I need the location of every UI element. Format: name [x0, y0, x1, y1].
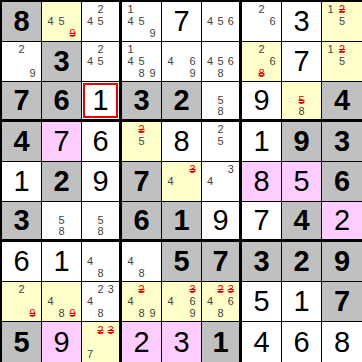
- empty-mark: [348, 4, 359, 16]
- candidate-5: 5: [136, 16, 147, 28]
- cell-r9c7[interactable]: 4: [242, 322, 282, 362]
- solved-digit: 7: [293, 47, 309, 76]
- empty-mark: [176, 296, 187, 308]
- cell-r9c2[interactable]: 9: [42, 322, 82, 362]
- empty-mark: [125, 124, 136, 136]
- solved-digit: 8: [173, 127, 189, 156]
- pencilmarks: 4568: [202, 42, 239, 81]
- cell-r3c4[interactable]: 3: [122, 82, 162, 122]
- empty-mark: [147, 267, 158, 279]
- solved-digit: 2: [334, 206, 350, 235]
- cell-r4c5[interactable]: 8: [162, 122, 202, 162]
- candidate-6: 6: [226, 16, 236, 28]
- empty-mark: [5, 44, 16, 56]
- cell-r1c3[interactable]: 245: [82, 2, 122, 42]
- cell-r1c7[interactable]: 26: [242, 2, 282, 42]
- given-digit: 7: [133, 167, 149, 196]
- candidate-6: 6: [226, 296, 236, 308]
- candidate-8: 8: [56, 226, 67, 237]
- given-digit: 5: [13, 328, 29, 357]
- cell-r3c2[interactable]: 6: [42, 82, 82, 122]
- candidate-8-eliminated: 8: [256, 67, 267, 79]
- solved-digit: 9: [253, 86, 269, 115]
- empty-mark: [45, 284, 56, 296]
- given-digit: 6: [133, 206, 149, 235]
- pencilmarks: 456: [202, 2, 239, 41]
- pencilmarks: 29: [2, 42, 41, 81]
- candidate-2: 2: [16, 44, 27, 56]
- empty-mark: [226, 147, 236, 159]
- cell-r5c5[interactable]: 34: [162, 162, 202, 202]
- empty-mark: [5, 307, 16, 319]
- empty-mark: [85, 44, 95, 56]
- empty-mark: [106, 56, 116, 68]
- cell-r1c8[interactable]: 3: [282, 2, 322, 42]
- candidate-1: 1: [325, 4, 336, 16]
- empty-mark: [226, 307, 236, 319]
- empty-mark: [325, 67, 336, 79]
- cell-r2c6[interactable]: 4568: [202, 42, 242, 82]
- empty-mark: [226, 124, 236, 136]
- pencilmarks: 3469: [162, 282, 201, 321]
- solved-digit: 7: [253, 206, 269, 235]
- cell-r4c6[interactable]: 25: [202, 122, 242, 162]
- pencilmarks: 26: [242, 2, 281, 41]
- solved-digit: 8: [253, 167, 269, 196]
- candidate-2: 2: [256, 4, 267, 16]
- empty-mark: [67, 204, 78, 215]
- empty-mark: [187, 187, 198, 199]
- cell-r7c4[interactable]: 48: [122, 242, 162, 282]
- cell-r1c2[interactable]: 459: [42, 2, 82, 42]
- cell-r8c7[interactable]: 5: [242, 282, 282, 322]
- empty-mark: [165, 187, 176, 199]
- candidate-2-eliminated: 2: [215, 284, 225, 296]
- cell-r5c2[interactable]: 2: [42, 162, 82, 202]
- cell-r2c5[interactable]: 469: [162, 42, 202, 82]
- pencilmarks: 2489: [122, 282, 161, 321]
- cell-r5c4[interactable]: 7: [122, 162, 162, 202]
- empty-mark: [165, 44, 176, 56]
- cell-r6c1[interactable]: 3: [2, 202, 42, 242]
- empty-mark: [85, 307, 95, 319]
- candidate-5: 5: [136, 136, 147, 148]
- cell-r9c8[interactable]: 6: [282, 322, 322, 362]
- pencilmarks: 58: [202, 82, 239, 119]
- pencilmarks: 23468: [202, 282, 239, 321]
- empty-mark: [285, 106, 296, 117]
- cell-r9c3[interactable]: 237: [82, 322, 122, 362]
- cell-r7c5[interactable]: 5: [162, 242, 202, 282]
- pencilmarks: 48: [122, 242, 161, 281]
- empty-mark: [176, 56, 187, 68]
- empty-mark: [165, 284, 176, 296]
- cell-r6c9[interactable]: 2: [322, 202, 362, 242]
- empty-mark: [5, 56, 16, 68]
- empty-mark: [205, 106, 215, 117]
- solved-digit: 6: [293, 328, 309, 357]
- candidate-3-eliminated: 3: [187, 284, 198, 296]
- cell-r5c9[interactable]: 6: [322, 162, 362, 202]
- cell-r6c8[interactable]: 4: [282, 202, 322, 242]
- candidate-4: 4: [125, 256, 136, 268]
- empty-mark: [67, 215, 78, 226]
- candidate-6: 6: [267, 56, 278, 68]
- cell-r1c5[interactable]: 7: [162, 2, 202, 42]
- cell-r1c6[interactable]: 456: [202, 2, 242, 42]
- cell-r3c5[interactable]: 2: [162, 82, 202, 122]
- candidate-2: 2: [95, 4, 105, 16]
- candidate-5: 5: [215, 136, 225, 148]
- empty-mark: [325, 56, 336, 68]
- pencilmarks: 25: [122, 122, 161, 161]
- cell-r2c8[interactable]: 7: [282, 42, 322, 82]
- empty-mark: [106, 67, 116, 79]
- solved-digit: 7: [173, 7, 189, 36]
- solved-digit: 2: [133, 328, 149, 357]
- empty-mark: [106, 44, 116, 56]
- given-digit: 4: [13, 127, 29, 156]
- candidate-5: 5: [336, 56, 347, 68]
- empty-mark: [147, 296, 158, 308]
- cell-r8c2[interactable]: 489: [42, 282, 82, 322]
- candidate-2-eliminated: 2: [95, 324, 105, 336]
- candidate-4: 4: [45, 16, 56, 28]
- empty-mark: [256, 56, 267, 68]
- cell-r8c9[interactable]: 7: [322, 282, 362, 322]
- empty-mark: [45, 215, 56, 226]
- candidate-2: 2: [16, 284, 27, 296]
- candidate-2: 2: [215, 124, 225, 136]
- given-digit: 9: [334, 247, 350, 276]
- empty-mark: [267, 67, 278, 79]
- cell-r9c5[interactable]: 3: [162, 322, 202, 362]
- candidate-3-eliminated: 3: [187, 164, 198, 176]
- empty-mark: [267, 27, 278, 39]
- cell-r3c8[interactable]: 58: [282, 82, 322, 122]
- empty-mark: [125, 307, 136, 319]
- solved-digit: 6: [13, 247, 29, 276]
- cell-r3c3[interactable]: 1: [82, 82, 122, 122]
- empty-mark: [56, 296, 67, 308]
- candidate-1: 1: [325, 44, 336, 56]
- given-digit: 2: [293, 247, 309, 276]
- given-digit: 3: [133, 86, 149, 115]
- empty-mark: [85, 324, 95, 336]
- solved-digit: 9: [92, 167, 108, 196]
- pencilmarks: 268: [242, 42, 281, 81]
- solved-digit: 4: [253, 328, 269, 357]
- cell-r4c2[interactable]: 7: [42, 122, 82, 162]
- empty-mark: [27, 284, 38, 296]
- empty-mark: [56, 284, 67, 296]
- empty-mark: [245, 27, 256, 39]
- empty-mark: [176, 164, 187, 176]
- cell-r7c1[interactable]: 6: [2, 242, 42, 282]
- candidate-2-eliminated: 2: [336, 4, 347, 16]
- candidate-9-eliminated: 9: [27, 307, 38, 319]
- empty-mark: [106, 348, 116, 360]
- cell-r8c1[interactable]: 29: [2, 282, 42, 322]
- empty-mark: [336, 67, 347, 79]
- cell-r5c8[interactable]: 5: [282, 162, 322, 202]
- solved-digit: 5: [253, 287, 269, 316]
- empty-mark: [106, 204, 116, 215]
- empty-mark: [226, 4, 236, 16]
- empty-mark: [307, 106, 318, 117]
- candidate-8: 8: [136, 267, 147, 279]
- pencilmarks: 1459: [122, 2, 161, 41]
- cell-r2c2[interactable]: 3: [42, 42, 82, 82]
- cell-r3c1[interactable]: 7: [2, 82, 42, 122]
- pencilmarks: 237: [82, 322, 119, 362]
- empty-mark: [125, 67, 136, 79]
- pencilmarks: 469: [162, 42, 201, 81]
- cell-r8c8[interactable]: 1: [282, 282, 322, 322]
- empty-mark: [215, 4, 225, 16]
- cell-r7c2[interactable]: 1: [42, 242, 82, 282]
- empty-mark: [147, 284, 158, 296]
- empty-mark: [136, 296, 147, 308]
- pencilmarks: 34: [202, 162, 239, 201]
- empty-mark: [106, 244, 116, 256]
- empty-mark: [95, 256, 105, 268]
- empty-mark: [16, 56, 27, 68]
- empty-mark: [215, 296, 225, 308]
- candidate-6: 6: [187, 296, 198, 308]
- cell-r3c9[interactable]: 4: [322, 82, 362, 122]
- cell-r3c6[interactable]: 58: [202, 82, 242, 122]
- cell-r7c8[interactable]: 2: [282, 242, 322, 282]
- cell-r6c4[interactable]: 6: [122, 202, 162, 242]
- empty-mark: [205, 4, 215, 16]
- empty-mark: [85, 226, 95, 237]
- empty-mark: [45, 307, 56, 319]
- empty-mark: [106, 4, 116, 16]
- empty-mark: [147, 16, 158, 28]
- empty-mark: [67, 4, 78, 16]
- candidate-8: 8: [296, 106, 307, 117]
- cell-r9c9[interactable]: 8: [322, 322, 362, 362]
- cell-r2c9[interactable]: 125: [322, 42, 362, 82]
- candidate-5: 5: [95, 16, 105, 28]
- cell-r4c1[interactable]: 4: [2, 122, 42, 162]
- pencilmarks: 125: [322, 2, 362, 41]
- empty-mark: [106, 267, 116, 279]
- empty-mark: [95, 336, 105, 348]
- empty-mark: [245, 67, 256, 79]
- cell-r6c6[interactable]: 9: [202, 202, 242, 242]
- cell-r6c7[interactable]: 7: [242, 202, 282, 242]
- cell-r8c6[interactable]: 23468: [202, 282, 242, 322]
- empty-mark: [147, 244, 158, 256]
- candidate-4: 4: [205, 16, 215, 28]
- cell-r6c2[interactable]: 58: [42, 202, 82, 242]
- candidate-3: 3: [226, 164, 236, 176]
- candidate-1: 1: [125, 44, 136, 56]
- cell-r4c8[interactable]: 9: [282, 122, 322, 162]
- pencilmarks: 125: [322, 42, 362, 81]
- empty-mark: [147, 56, 158, 68]
- given-digit: 1: [212, 328, 228, 357]
- cell-r2c7[interactable]: 268: [242, 42, 282, 82]
- pencilmarks: 245: [82, 42, 119, 81]
- candidate-8: 8: [215, 67, 225, 79]
- empty-mark: [226, 27, 236, 39]
- cell-r3c7[interactable]: 9: [242, 82, 282, 122]
- candidate-8: 8: [95, 226, 105, 237]
- empty-mark: [348, 67, 359, 79]
- empty-mark: [205, 136, 215, 148]
- empty-mark: [187, 44, 198, 56]
- candidate-8: 8: [95, 267, 105, 279]
- candidate-7: 7: [85, 348, 95, 360]
- cell-r1c9[interactable]: 125: [322, 2, 362, 42]
- empty-mark: [205, 147, 215, 159]
- sudoku-board: 8459245145974562631252932451458946945682…: [0, 0, 362, 362]
- candidate-4: 4: [165, 296, 176, 308]
- given-digit: 3: [334, 127, 350, 156]
- empty-mark: [215, 27, 225, 39]
- candidate-8: 8: [56, 307, 67, 319]
- empty-mark: [176, 187, 187, 199]
- cell-r7c7[interactable]: 3: [242, 242, 282, 282]
- empty-mark: [226, 187, 236, 199]
- given-digit: 3: [53, 47, 69, 76]
- empty-mark: [106, 336, 116, 348]
- candidate-9: 9: [147, 27, 158, 39]
- given-digit: 8: [13, 7, 29, 36]
- empty-mark: [205, 67, 215, 79]
- cell-r6c5[interactable]: 1: [162, 202, 202, 242]
- candidate-6: 6: [267, 16, 278, 28]
- cell-r6c3[interactable]: 58: [82, 202, 122, 242]
- cell-r4c4[interactable]: 25: [122, 122, 162, 162]
- cell-r7c6[interactable]: 7: [202, 242, 242, 282]
- solved-digit: 1: [293, 287, 309, 316]
- candidate-2-eliminated: 2: [136, 124, 147, 136]
- pencilmarks: 48: [82, 242, 119, 281]
- solved-digit: 6: [92, 127, 108, 156]
- empty-mark: [136, 147, 147, 159]
- empty-mark: [95, 244, 105, 256]
- empty-mark: [165, 307, 176, 319]
- pencilmarks: 14589: [122, 42, 161, 81]
- empty-mark: [205, 284, 215, 296]
- candidate-3-eliminated: 3: [226, 284, 236, 296]
- empty-mark: [165, 67, 176, 79]
- empty-mark: [5, 284, 16, 296]
- empty-mark: [16, 67, 27, 79]
- candidate-4: 4: [125, 16, 136, 28]
- candidate-8: 8: [95, 307, 105, 319]
- cell-r4c3[interactable]: 6: [82, 122, 122, 162]
- cell-r2c1[interactable]: 29: [2, 42, 42, 82]
- empty-mark: [285, 84, 296, 95]
- cell-r4c7[interactable]: 1: [242, 122, 282, 162]
- candidate-8: 8: [215, 106, 225, 117]
- empty-mark: [176, 44, 187, 56]
- candidate-5: 5: [56, 16, 67, 28]
- cell-r2c4[interactable]: 14589: [122, 42, 162, 82]
- empty-mark: [226, 136, 236, 148]
- empty-mark: [226, 176, 236, 188]
- solved-digit: 7: [53, 127, 69, 156]
- empty-mark: [125, 284, 136, 296]
- cell-r8c3[interactable]: 2348: [82, 282, 122, 322]
- cell-r9c4[interactable]: 2: [122, 322, 162, 362]
- empty-mark: [215, 147, 225, 159]
- cell-r5c1[interactable]: 1: [2, 162, 42, 202]
- empty-mark: [336, 27, 347, 39]
- candidate-9: 9: [147, 67, 158, 79]
- cell-r2c3[interactable]: 245: [82, 42, 122, 82]
- empty-mark: [125, 267, 136, 279]
- empty-mark: [85, 4, 95, 16]
- empty-mark: [215, 44, 225, 56]
- cell-r5c6[interactable]: 34: [202, 162, 242, 202]
- cell-r8c5[interactable]: 3469: [162, 282, 202, 322]
- empty-mark: [215, 164, 225, 176]
- candidate-4: 4: [125, 56, 136, 68]
- cell-r7c9[interactable]: 9: [322, 242, 362, 282]
- cell-r5c7[interactable]: 8: [242, 162, 282, 202]
- empty-mark: [267, 44, 278, 56]
- empty-mark: [106, 215, 116, 226]
- solved-digit: 1: [92, 86, 108, 115]
- empty-mark: [205, 95, 215, 106]
- candidate-5: 5: [95, 56, 105, 68]
- candidate-6: 6: [187, 56, 198, 68]
- empty-mark: [85, 336, 95, 348]
- empty-mark: [285, 95, 296, 106]
- candidate-4: 4: [205, 296, 215, 308]
- solved-digit: 1: [253, 127, 269, 156]
- solved-digit: 1: [13, 167, 29, 196]
- empty-mark: [226, 44, 236, 56]
- candidate-8: 8: [136, 307, 147, 319]
- empty-mark: [27, 56, 38, 68]
- empty-mark: [215, 176, 225, 188]
- cell-r5c3[interactable]: 9: [82, 162, 122, 202]
- given-digit: 7: [212, 247, 228, 276]
- candidate-5: 5: [215, 16, 225, 28]
- cell-r9c6[interactable]: 1: [202, 322, 242, 362]
- empty-mark: [348, 27, 359, 39]
- candidate-2: 2: [95, 284, 105, 296]
- cell-r9c1[interactable]: 5: [2, 322, 42, 362]
- pencilmarks: 58: [282, 82, 321, 119]
- empty-mark: [307, 84, 318, 95]
- empty-mark: [27, 296, 38, 308]
- cell-r1c4[interactable]: 1459: [122, 2, 162, 42]
- candidate-9: 9: [147, 307, 158, 319]
- candidate-8: 8: [136, 67, 147, 79]
- cell-r8c4[interactable]: 2489: [122, 282, 162, 322]
- cell-r4c9[interactable]: 3: [322, 122, 362, 162]
- empty-mark: [125, 147, 136, 159]
- empty-mark: [67, 16, 78, 28]
- empty-mark: [106, 296, 116, 308]
- cell-r7c3[interactable]: 48: [82, 242, 122, 282]
- empty-mark: [205, 164, 215, 176]
- solved-digit: 3: [173, 328, 189, 357]
- empty-mark: [215, 187, 225, 199]
- candidate-4: 4: [125, 296, 136, 308]
- cell-r1c1[interactable]: 8: [2, 2, 42, 42]
- given-digit: 4: [334, 86, 350, 115]
- empty-mark: [106, 307, 116, 319]
